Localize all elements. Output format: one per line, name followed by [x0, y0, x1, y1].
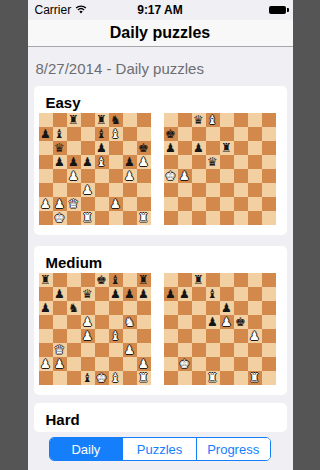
square [220, 155, 234, 169]
square [123, 127, 137, 141]
square [178, 315, 192, 329]
piece-white-queen: ♛ [54, 343, 65, 357]
square [248, 315, 262, 329]
piece-black-bishop: ♝ [82, 371, 93, 385]
square [178, 183, 192, 197]
tab-puzzles[interactable]: Puzzles [123, 438, 197, 460]
square: ♜ [81, 211, 95, 225]
piece-white-king: ♚ [179, 357, 190, 371]
app-screen: 9:17 AM Carrier Daily puzzles 8/27/2014 … [28, 0, 293, 470]
square [53, 301, 67, 315]
square [137, 113, 151, 127]
square: ♟ [39, 197, 53, 211]
square [81, 301, 95, 315]
square [123, 197, 137, 211]
square [81, 141, 95, 155]
square [164, 273, 178, 287]
square: ♟ [67, 155, 81, 169]
square [262, 141, 276, 155]
square [178, 301, 192, 315]
square: ♟ [164, 287, 178, 301]
square [39, 315, 53, 329]
square: ♟ [192, 141, 206, 155]
piece-black-pawn: ♟ [193, 141, 204, 155]
square [39, 329, 53, 343]
square [234, 155, 248, 169]
piece-black-pawn: ♟ [40, 127, 51, 141]
square: ♜ [220, 141, 234, 155]
date-header: 8/27/2014 - Daily puzzles [36, 60, 285, 77]
square [206, 141, 220, 155]
piece-black-knight: ♞ [110, 113, 121, 127]
square [206, 343, 220, 357]
piece-black-rook: ♜ [96, 113, 107, 127]
square [262, 343, 276, 357]
square [137, 169, 151, 183]
square [39, 183, 53, 197]
square [234, 141, 248, 155]
square [248, 343, 262, 357]
square [109, 315, 123, 329]
piece-black-pawn: ♟ [54, 287, 65, 301]
square [67, 343, 81, 357]
piece-white-pawn: ♟ [82, 329, 93, 343]
square [192, 155, 206, 169]
square [220, 287, 234, 301]
square: ♜ [192, 273, 206, 287]
bottom-tab-bar: Daily Puzzles Progress [49, 437, 271, 461]
piece-black-king: ♚ [235, 315, 246, 329]
piece-black-pawn: ♟ [110, 287, 121, 301]
piece-black-pawn: ♟ [82, 155, 93, 169]
square: ♛ [81, 287, 95, 301]
section-easy: Easy ♜♜♞♟♝♝♝♛♟♚♟♟♟♝♟♟♟♟♟♟♟♛♟♚♜♜♛♝♚♟♟♜♛♚♟ [34, 86, 287, 235]
battery-icon [269, 6, 286, 14]
piece-black-queen: ♛ [193, 113, 204, 127]
square [178, 141, 192, 155]
square [178, 113, 192, 127]
square [234, 343, 248, 357]
square: ♚ [95, 273, 109, 287]
piece-black-pawn: ♟ [124, 155, 135, 169]
square: ♝ [53, 127, 67, 141]
square [164, 155, 178, 169]
piece-white-pawn: ♟ [68, 169, 79, 183]
square [164, 113, 178, 127]
piece-black-pawn: ♟ [179, 287, 190, 301]
square [234, 273, 248, 287]
section-hard-title: Hard [46, 411, 287, 428]
piece-black-pawn: ♟ [124, 287, 135, 301]
square [39, 113, 53, 127]
piece-white-pawn: ♟ [138, 155, 149, 169]
square [67, 371, 81, 385]
square [39, 141, 53, 155]
piece-white-king: ♚ [54, 211, 65, 225]
square [95, 169, 109, 183]
square [262, 169, 276, 183]
square: ♟ [39, 301, 53, 315]
square [67, 183, 81, 197]
square [248, 211, 262, 225]
square [95, 183, 109, 197]
piece-white-pawn: ♟ [179, 169, 190, 183]
square: ♟ [220, 301, 234, 315]
square [248, 155, 262, 169]
square [248, 141, 262, 155]
square: ♜ [248, 371, 262, 385]
square [137, 183, 151, 197]
square [192, 127, 206, 141]
square: ♝ [109, 127, 123, 141]
square [67, 127, 81, 141]
square [123, 329, 137, 343]
square [206, 357, 220, 371]
square [164, 371, 178, 385]
piece-white-pawn: ♟ [82, 183, 93, 197]
chess-board-easy-1[interactable]: ♜♜♞♟♝♝♝♛♟♚♟♟♟♝♟♟♟♟♟♟♟♛♟♚♜♜ [39, 113, 151, 225]
square: ♜ [206, 371, 220, 385]
square [164, 301, 178, 315]
piece-white-bishop: ♝ [110, 329, 121, 343]
square [109, 357, 123, 371]
piece-white-bishop: ♝ [207, 113, 218, 127]
square: ♟ [95, 141, 109, 155]
square [67, 357, 81, 371]
square [192, 169, 206, 183]
square [234, 183, 248, 197]
tab-daily[interactable]: Daily [50, 438, 124, 460]
square: ♟ [109, 197, 123, 211]
square [109, 183, 123, 197]
square [137, 127, 151, 141]
square [95, 211, 109, 225]
square [178, 127, 192, 141]
square [220, 371, 234, 385]
square [39, 169, 53, 183]
square: ♟ [123, 287, 137, 301]
square [39, 211, 53, 225]
piece-black-pawn: ♟ [54, 155, 65, 169]
square [123, 211, 137, 225]
square [248, 301, 262, 315]
piece-white-pawn: ♟ [124, 343, 135, 357]
square [164, 357, 178, 371]
square: ♟ [137, 287, 151, 301]
status-bar: 9:17 AM Carrier [28, 0, 293, 20]
tab-progress[interactable]: Progress [197, 438, 270, 460]
square [95, 301, 109, 315]
square [178, 197, 192, 211]
square [220, 169, 234, 183]
square [248, 113, 262, 127]
square: ♟ [178, 169, 192, 183]
square [164, 315, 178, 329]
square: ♛ [53, 343, 67, 357]
chess-board-medium-1[interactable]: ♜♚♝♜♟♛♟♟♟♟♞♟♞♟♝♛♟♟♟♟♝♚♝♜ [39, 273, 151, 385]
square [178, 211, 192, 225]
square [262, 287, 276, 301]
piece-white-knight: ♞ [124, 315, 135, 329]
square [39, 343, 53, 357]
square: ♟ [137, 357, 151, 371]
piece-black-bishop: ♝ [207, 287, 218, 301]
square: ♟ [220, 315, 234, 329]
piece-black-pawn: ♟ [96, 141, 107, 155]
piece-black-rook: ♜ [40, 273, 51, 287]
piece-white-pawn: ♟ [221, 315, 232, 329]
square [67, 211, 81, 225]
square [262, 357, 276, 371]
square [206, 273, 220, 287]
square [109, 141, 123, 155]
square [192, 287, 206, 301]
square [95, 287, 109, 301]
square: ♜ [39, 273, 53, 287]
piece-white-rook: ♜ [249, 371, 260, 385]
piece-white-pawn: ♟ [54, 197, 65, 211]
square: ♝ [109, 273, 123, 287]
square [178, 343, 192, 357]
square: ♛ [67, 197, 81, 211]
square [248, 357, 262, 371]
navigation-bar: Daily puzzles [28, 20, 293, 47]
square: ♟ [123, 343, 137, 357]
square [53, 183, 67, 197]
piece-black-knight: ♞ [68, 301, 79, 315]
square: ♟ [109, 287, 123, 301]
piece-white-pawn: ♟ [110, 197, 121, 211]
square [95, 329, 109, 343]
square: ♜ [137, 371, 151, 385]
piece-black-pawn: ♟ [165, 141, 176, 155]
medium-boards-row: ♜♚♝♜♟♛♟♟♟♟♞♟♞♟♝♛♟♟♟♟♝♚♝♜♜♟♟♝♟♟♟♚♟♚♜♜ [39, 273, 287, 385]
square [53, 315, 67, 329]
square: ♝ [109, 329, 123, 343]
square [109, 155, 123, 169]
piece-black-bishop: ♝ [110, 273, 121, 287]
square [206, 301, 220, 315]
square: ♟ [137, 155, 151, 169]
square: ♟ [178, 287, 192, 301]
piece-white-rook: ♜ [138, 211, 149, 225]
square [67, 329, 81, 343]
piece-black-king: ♚ [96, 273, 107, 287]
square [178, 371, 192, 385]
square: ♚ [164, 127, 178, 141]
square: ♟ [81, 183, 95, 197]
square [192, 315, 206, 329]
piece-white-bishop: ♝ [110, 127, 121, 141]
piece-white-king: ♚ [96, 371, 107, 385]
square: ♟ [81, 329, 95, 343]
square [164, 183, 178, 197]
easy-boards-row: ♜♜♞♟♝♝♝♛♟♚♟♟♟♝♟♟♟♟♟♟♟♛♟♚♜♜♛♝♚♟♟♜♛♚♟ [39, 113, 287, 225]
square: ♝ [81, 371, 95, 385]
square [137, 343, 151, 357]
square [248, 127, 262, 141]
square [262, 155, 276, 169]
square [206, 169, 220, 183]
square [39, 287, 53, 301]
square: ♟ [206, 315, 220, 329]
square [262, 197, 276, 211]
piece-black-queen: ♛ [54, 141, 65, 155]
square: ♚ [234, 315, 248, 329]
square [67, 287, 81, 301]
square [81, 127, 95, 141]
square [220, 357, 234, 371]
square: ♟ [123, 169, 137, 183]
piece-white-pawn: ♟ [82, 315, 93, 329]
piece-black-king: ♚ [138, 141, 149, 155]
piece-black-bishop: ♝ [54, 127, 65, 141]
square [262, 301, 276, 315]
square: ♟ [81, 155, 95, 169]
square: ♚ [164, 169, 178, 183]
square [95, 197, 109, 211]
piece-white-pawn: ♟ [138, 357, 149, 371]
square: ♛ [53, 141, 67, 155]
square [81, 113, 95, 127]
piece-black-pawn: ♟ [221, 301, 232, 315]
square: ♟ [81, 315, 95, 329]
piece-white-pawn: ♟ [54, 357, 65, 371]
square: ♝ [109, 371, 123, 385]
square [234, 287, 248, 301]
square [192, 343, 206, 357]
square: ♜ [95, 113, 109, 127]
piece-black-rook: ♜ [68, 113, 79, 127]
section-medium: Medium ♜♚♝♜♟♛♟♟♟♟♞♟♞♟♝♛♟♟♟♟♝♚♝♜♜♟♟♝♟♟♟♚♟… [34, 246, 287, 395]
piece-black-rook: ♜ [138, 273, 149, 287]
square [220, 127, 234, 141]
square [192, 301, 206, 315]
square: ♛ [192, 113, 206, 127]
piece-black-king: ♚ [165, 127, 176, 141]
section-medium-title: Medium [46, 254, 287, 271]
piece-white-rook: ♜ [207, 371, 218, 385]
square: ♟ [248, 329, 262, 343]
square [234, 357, 248, 371]
square [137, 301, 151, 315]
square [137, 197, 151, 211]
square [164, 197, 178, 211]
square [178, 155, 192, 169]
square [206, 127, 220, 141]
square [81, 169, 95, 183]
square [109, 301, 123, 315]
square [220, 329, 234, 343]
piece-black-queen: ♛ [82, 287, 93, 301]
square [220, 113, 234, 127]
square [123, 357, 137, 371]
square [123, 113, 137, 127]
square [234, 329, 248, 343]
square: ♛ [206, 155, 220, 169]
square [123, 141, 137, 155]
piece-white-pawn: ♟ [40, 197, 51, 211]
square: ♚ [95, 371, 109, 385]
piece-black-queen: ♛ [207, 155, 218, 169]
square [123, 273, 137, 287]
square [262, 127, 276, 141]
piece-white-pawn: ♟ [40, 357, 51, 371]
square [262, 315, 276, 329]
square [220, 273, 234, 287]
chess-board-medium-2[interactable]: ♜♟♟♝♟♟♟♚♟♚♜♜ [164, 273, 276, 385]
piece-black-rook: ♜ [221, 141, 232, 155]
square [262, 113, 276, 127]
square: ♟ [67, 169, 81, 183]
square [248, 183, 262, 197]
piece-white-rook: ♜ [138, 371, 149, 385]
square [192, 371, 206, 385]
square: ♟ [123, 155, 137, 169]
square [81, 197, 95, 211]
square [53, 371, 67, 385]
square [234, 211, 248, 225]
square: ♝ [206, 287, 220, 301]
square: ♜ [67, 113, 81, 127]
square [164, 211, 178, 225]
piece-white-king: ♚ [165, 169, 176, 183]
square [178, 273, 192, 287]
square: ♜ [137, 273, 151, 287]
square [95, 357, 109, 371]
square: ♟ [39, 357, 53, 371]
piece-white-rook: ♜ [82, 211, 93, 225]
section-easy-title: Easy [46, 94, 287, 111]
square: ♞ [67, 301, 81, 315]
chess-board-easy-2[interactable]: ♛♝♚♟♟♜♛♚♟ [164, 113, 276, 225]
square [123, 371, 137, 385]
square [206, 183, 220, 197]
piece-white-pawn: ♟ [124, 169, 135, 183]
square [220, 211, 234, 225]
square: ♟ [53, 197, 67, 211]
square [248, 169, 262, 183]
square [262, 329, 276, 343]
square [123, 183, 137, 197]
clock: 9:17 AM [28, 3, 293, 17]
square [137, 315, 151, 329]
square [81, 273, 95, 287]
square: ♟ [164, 141, 178, 155]
square [192, 329, 206, 343]
square [178, 329, 192, 343]
piece-white-bishop: ♝ [96, 155, 107, 169]
square [137, 329, 151, 343]
square [95, 315, 109, 329]
square [262, 183, 276, 197]
square [192, 357, 206, 371]
square [192, 183, 206, 197]
square: ♞ [109, 113, 123, 127]
square [192, 197, 206, 211]
square [262, 211, 276, 225]
square [53, 273, 67, 287]
square: ♞ [123, 315, 137, 329]
piece-white-bishop: ♝ [110, 371, 121, 385]
piece-black-pawn: ♟ [207, 315, 218, 329]
square: ♚ [53, 211, 67, 225]
square [248, 273, 262, 287]
square [248, 287, 262, 301]
square [109, 343, 123, 357]
piece-white-pawn: ♟ [249, 329, 260, 343]
square [234, 371, 248, 385]
